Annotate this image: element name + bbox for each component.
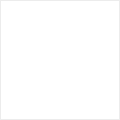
- product-photo: [0, 0, 120, 120]
